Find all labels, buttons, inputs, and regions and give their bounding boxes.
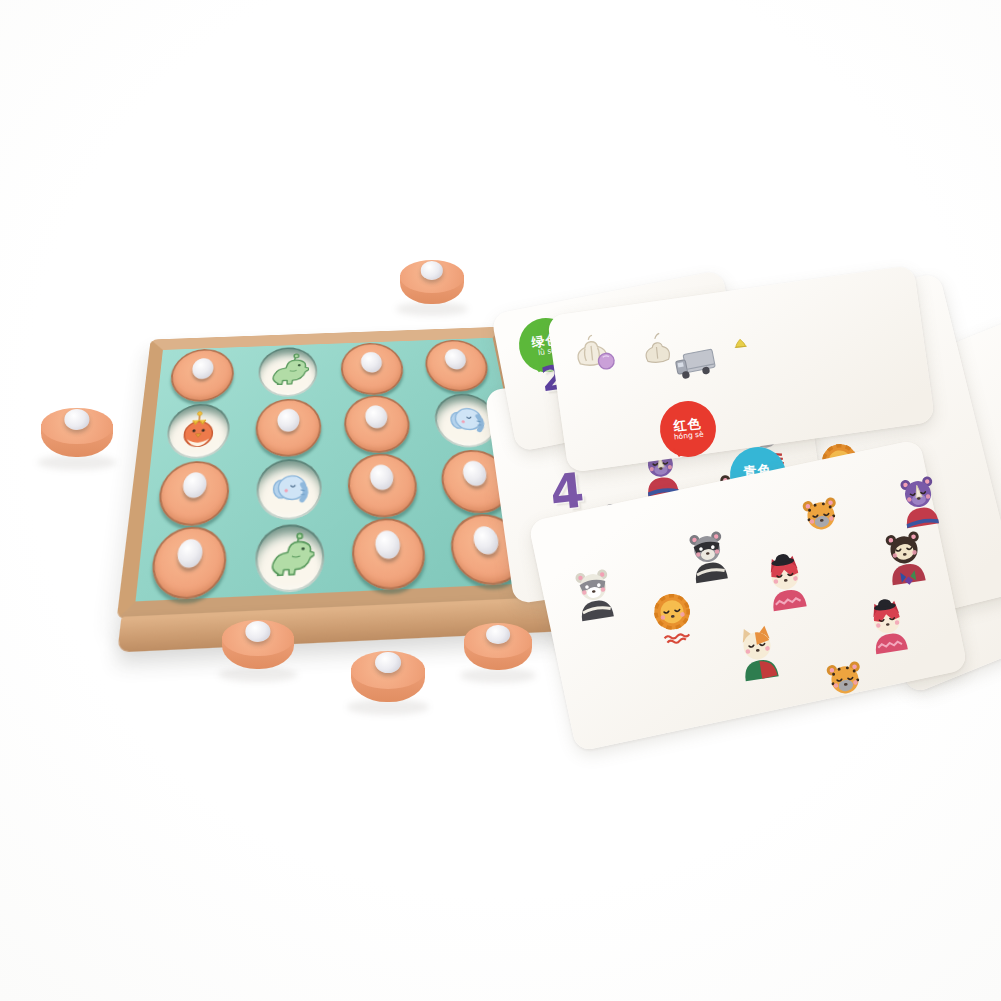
board-peg[interactable] [340,342,407,396]
board-grid [136,338,544,602]
peg-shadow [218,667,299,682]
peg-knob [177,539,204,569]
board-peg[interactable] [169,348,235,403]
peg-knob [64,409,89,430]
sticker-leopard-icon [817,653,876,719]
dino-icon [265,529,316,592]
color-pinyin: hóng sè [673,430,703,441]
dino-icon [266,351,309,397]
cell-r1c2 [244,344,331,400]
board-peg[interactable] [149,525,228,600]
cell-r3c2 [241,455,338,524]
peg-shadow [460,668,536,682]
cell-r1c1 [157,347,246,403]
cell-r3c3 [334,451,433,519]
hole-dino[interactable] [255,523,326,594]
peg-knob [277,409,299,433]
loose-peg[interactable] [400,260,464,312]
cell-r1c4 [411,338,504,393]
peg-knob [360,352,383,373]
loose-peg[interactable] [464,623,532,679]
elephant-icon [265,463,313,520]
cell-r2c3 [331,393,425,455]
hole-bird[interactable] [165,402,231,459]
board-peg[interactable] [255,397,322,457]
sticker-fox-icon [860,595,916,658]
peg-knob [443,349,467,370]
sticker-raccoon-icon [680,524,736,587]
peg-knob [182,472,207,498]
peg-knob [365,405,389,428]
loose-peg[interactable] [41,408,113,467]
peg-knob [245,621,270,642]
peg-knob [375,530,402,559]
board-peg[interactable] [156,459,230,526]
elephant-icon [440,397,492,447]
sticker-hat-icon [726,333,755,366]
hole-dino[interactable] [258,346,318,397]
product-photo-scene: 15647绿色lǜ sè红色2红色hóng sè青色qīng sè [0,0,1001,1001]
sticker-badger-icon [566,562,622,625]
sticker-fox-icon [757,549,816,615]
loose-peg[interactable] [222,620,294,679]
cell-r2c2 [243,396,334,458]
cell-r3c1 [144,458,243,527]
sticker-leopard-icon [793,489,852,555]
peg-knob [192,358,215,379]
cell-r4c2 [239,519,341,596]
peg-knob [369,464,394,490]
cell-r4c3 [337,515,442,592]
peg-knob [471,526,500,555]
board-peg[interactable] [422,339,492,393]
cell-r4c1 [136,524,241,602]
cell-r1c3 [329,341,418,397]
sticker-rhino-icon [891,469,947,532]
peg-shadow [37,455,118,470]
peg-knob [461,461,488,487]
loose-peg[interactable] [351,651,425,712]
peg-knob [486,625,510,645]
sticker-monkey-icon [876,523,935,589]
board-peg[interactable] [350,516,429,590]
sticker-truck-icon [668,331,726,397]
sticker-garlic-icon [566,322,622,385]
peg-knob [375,652,401,673]
peg-shadow [396,302,468,316]
sticker-lion-icon [644,585,703,651]
hole-elephant[interactable] [256,457,323,520]
board-peg[interactable] [343,394,413,454]
bird-icon [174,407,222,458]
board-peg[interactable] [346,452,420,519]
stickers-layer: 15647绿色lǜ sè红色2红色hóng sè青色qīng sè [0,0,1001,220]
cell-r2c1 [151,400,245,462]
sticker-cat-icon [729,619,788,685]
